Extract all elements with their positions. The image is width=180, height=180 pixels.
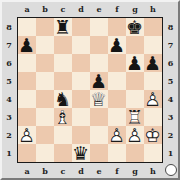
square-d5[interactable]	[72, 72, 90, 90]
white-piece-outline: ♔	[144, 126, 162, 144]
piece-black-P-h6[interactable]: ♟	[144, 54, 162, 72]
file-label-top-b: b	[36, 3, 54, 15]
square-c4[interactable]: ♞	[54, 90, 72, 108]
square-c3[interactable]: ♝♗	[54, 108, 72, 126]
file-label-top-e: e	[90, 3, 108, 15]
square-g2[interactable]: ♟♙	[126, 126, 144, 144]
square-h1[interactable]	[144, 144, 162, 162]
square-g4[interactable]	[126, 90, 144, 108]
black-piece-glyph: ♟	[90, 72, 108, 90]
piece-white-P-h4[interactable]: ♟♙	[144, 90, 162, 108]
piece-black-P-g6[interactable]: ♟	[126, 54, 144, 72]
square-b5[interactable]	[36, 72, 54, 90]
square-d2[interactable]	[72, 126, 90, 144]
square-a4[interactable]	[18, 90, 36, 108]
square-c1[interactable]	[54, 144, 72, 162]
square-g1[interactable]	[126, 144, 144, 162]
square-b2[interactable]	[36, 126, 54, 144]
square-g6[interactable]: ♟	[126, 54, 144, 72]
board: ♜♚♟♟♟♟♟♞♛♕♟♙♝♗♜♖♟♙♟♙♟♙♚♔♛	[17, 17, 163, 163]
white-to-move-indicator	[165, 164, 177, 176]
square-b1[interactable]	[36, 144, 54, 162]
rank-label-right-3: 3	[164, 111, 177, 123]
square-f3[interactable]	[108, 108, 126, 126]
square-f8[interactable]	[108, 18, 126, 36]
file-label-bottom-e: e	[90, 165, 108, 177]
square-a2[interactable]: ♟♙	[18, 126, 36, 144]
black-piece-glyph: ♜	[54, 18, 72, 36]
piece-black-R-c8[interactable]: ♜	[54, 18, 72, 36]
piece-black-P-f7[interactable]: ♟	[108, 36, 126, 54]
file-label-top-g: g	[126, 3, 144, 15]
white-piece-outline: ♙	[144, 90, 162, 108]
square-c2[interactable]	[54, 126, 72, 144]
rank-label-right-7: 7	[164, 39, 177, 51]
piece-white-K-h2[interactable]: ♚♔	[144, 126, 162, 144]
piece-black-N-c4[interactable]: ♞	[54, 90, 72, 108]
square-f1[interactable]	[108, 144, 126, 162]
black-piece-glyph: ♞	[54, 90, 72, 108]
square-e6[interactable]	[90, 54, 108, 72]
rank-label-right-5: 5	[164, 75, 177, 87]
black-piece-glyph: ♟	[144, 54, 162, 72]
square-b4[interactable]	[36, 90, 54, 108]
piece-black-Q-d1[interactable]: ♛	[72, 144, 90, 162]
square-d4[interactable]	[72, 90, 90, 108]
square-f7[interactable]: ♟	[108, 36, 126, 54]
rank-label-left-8: 8	[3, 21, 16, 33]
file-label-bottom-c: c	[54, 165, 72, 177]
square-a7[interactable]: ♟	[18, 36, 36, 54]
file-label-bottom-f: f	[108, 165, 126, 177]
black-piece-glyph: ♟	[126, 54, 144, 72]
square-d1[interactable]: ♛	[72, 144, 90, 162]
square-c5[interactable]	[54, 72, 72, 90]
rank-label-left-1: 1	[3, 147, 16, 159]
piece-white-B-c3[interactable]: ♝♗	[54, 108, 72, 126]
file-label-bottom-b: b	[36, 165, 54, 177]
square-e4[interactable]: ♛♕	[90, 90, 108, 108]
square-h7[interactable]	[144, 36, 162, 54]
square-a1[interactable]	[18, 144, 36, 162]
rank-label-left-7: 7	[3, 39, 16, 51]
rank-label-right-4: 4	[164, 93, 177, 105]
rank-label-right-2: 2	[164, 129, 177, 141]
square-f5[interactable]	[108, 72, 126, 90]
piece-white-Q-e4[interactable]: ♛♕	[90, 90, 108, 108]
square-c6[interactable]	[54, 54, 72, 72]
rank-label-right-8: 8	[164, 21, 177, 33]
square-b8[interactable]	[36, 18, 54, 36]
file-label-top-d: d	[72, 3, 90, 15]
piece-white-P-g2[interactable]: ♟♙	[126, 126, 144, 144]
square-d7[interactable]	[72, 36, 90, 54]
square-h2[interactable]: ♚♔	[144, 126, 162, 144]
file-label-bottom-d: d	[72, 165, 90, 177]
white-piece-outline: ♙	[108, 126, 126, 144]
square-a6[interactable]	[18, 54, 36, 72]
black-piece-glyph: ♟	[18, 36, 36, 54]
square-h8[interactable]	[144, 18, 162, 36]
file-label-bottom-a: a	[18, 165, 36, 177]
square-h3[interactable]	[144, 108, 162, 126]
square-e3[interactable]	[90, 108, 108, 126]
chess-diagram: ♜♚♟♟♟♟♟♞♛♕♟♙♝♗♜♖♟♙♟♙♟♙♚♔♛ aabbccddeeffgg…	[0, 0, 180, 180]
black-piece-glyph: ♛	[72, 144, 90, 162]
piece-black-P-a7[interactable]: ♟	[18, 36, 36, 54]
square-h6[interactable]: ♟	[144, 54, 162, 72]
white-piece-outline: ♖	[126, 108, 144, 126]
square-e1[interactable]	[90, 144, 108, 162]
file-label-top-a: a	[18, 3, 36, 15]
rank-label-left-6: 6	[3, 57, 16, 69]
square-e8[interactable]	[90, 18, 108, 36]
square-g3[interactable]: ♜♖	[126, 108, 144, 126]
rank-label-left-4: 4	[3, 93, 16, 105]
piece-white-P-f2[interactable]: ♟♙	[108, 126, 126, 144]
black-piece-glyph: ♚	[126, 18, 144, 36]
file-label-top-c: c	[54, 3, 72, 15]
square-d6[interactable]	[72, 54, 90, 72]
square-c7[interactable]	[54, 36, 72, 54]
square-e7[interactable]	[90, 36, 108, 54]
square-d3[interactable]	[72, 108, 90, 126]
square-f6[interactable]	[108, 54, 126, 72]
square-g7[interactable]	[126, 36, 144, 54]
square-d8[interactable]	[72, 18, 90, 36]
file-label-bottom-h: h	[144, 165, 162, 177]
white-piece-outline: ♗	[54, 108, 72, 126]
square-b7[interactable]	[36, 36, 54, 54]
black-piece-glyph: ♟	[108, 36, 126, 54]
square-h5[interactable]	[144, 72, 162, 90]
piece-white-P-a2[interactable]: ♟♙	[18, 126, 36, 144]
square-h4[interactable]: ♟♙	[144, 90, 162, 108]
piece-black-K-g8[interactable]: ♚	[126, 18, 144, 36]
square-f2[interactable]: ♟♙	[108, 126, 126, 144]
rank-label-right-6: 6	[164, 57, 177, 69]
square-b6[interactable]	[36, 54, 54, 72]
piece-black-P-e5[interactable]: ♟	[90, 72, 108, 90]
square-e5[interactable]: ♟	[90, 72, 108, 90]
square-b3[interactable]	[36, 108, 54, 126]
file-label-top-f: f	[108, 3, 126, 15]
square-e2[interactable]	[90, 126, 108, 144]
white-piece-outline: ♙	[126, 126, 144, 144]
rank-label-left-3: 3	[3, 111, 16, 123]
white-piece-outline: ♕	[90, 90, 108, 108]
square-g8[interactable]: ♚	[126, 18, 144, 36]
file-label-bottom-g: g	[126, 165, 144, 177]
rank-label-left-2: 2	[3, 129, 16, 141]
rank-label-right-1: 1	[164, 147, 177, 159]
rank-label-left-5: 5	[3, 75, 16, 87]
square-f4[interactable]	[108, 90, 126, 108]
file-label-top-h: h	[144, 3, 162, 15]
square-g5[interactable]	[126, 72, 144, 90]
square-a3[interactable]	[18, 108, 36, 126]
square-a8[interactable]	[18, 18, 36, 36]
white-piece-outline: ♙	[18, 126, 36, 144]
piece-white-R-g3[interactable]: ♜♖	[126, 108, 144, 126]
square-c8[interactable]: ♜	[54, 18, 72, 36]
square-a5[interactable]	[18, 72, 36, 90]
